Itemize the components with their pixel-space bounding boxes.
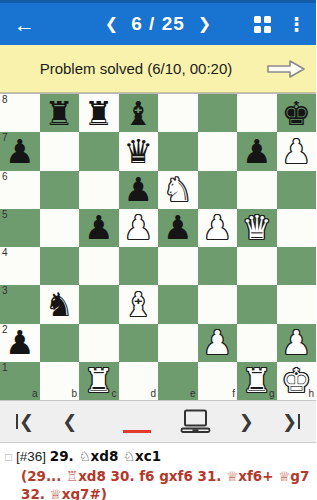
- white-rook: ♜: [242, 364, 272, 397]
- square-a6[interactable]: 6: [0, 171, 40, 209]
- notation-line-main[interactable]: □ [#36] 29. ♘xd8 ♘xc1: [5, 447, 311, 467]
- next-problem-arrow-icon[interactable]: [266, 58, 306, 84]
- square-g5[interactable]: ♛: [237, 209, 277, 247]
- go-first-button[interactable]: ❮: [16, 413, 34, 431]
- square-f4[interactable]: [198, 247, 238, 285]
- rank-label-2: 2: [2, 325, 8, 335]
- rank-label-4: 4: [2, 248, 8, 258]
- square-h3[interactable]: [277, 285, 317, 323]
- notation-panel: □ [#36] 29. ♘xd8 ♘xc1 (29... ♖xd8 30. f6…: [0, 443, 316, 500]
- black-pawn: ♟: [163, 211, 193, 244]
- square-a4[interactable]: 4: [0, 247, 40, 285]
- rank-label-3: 3: [2, 286, 8, 296]
- square-a5[interactable]: 5: [0, 209, 40, 247]
- square-h8[interactable]: ♚: [277, 94, 317, 132]
- black-pawn: ♟: [5, 326, 35, 359]
- app-screen: ← ❮ 6 / 25 ❯ ⋮ Problem solved (6/10, 00:…: [0, 0, 316, 500]
- square-c7[interactable]: [79, 132, 119, 170]
- black-knight: ♞: [44, 288, 74, 321]
- square-c5[interactable]: ♟: [79, 209, 119, 247]
- square-f7[interactable]: [198, 132, 238, 170]
- square-g1[interactable]: g♜: [237, 362, 277, 400]
- file-label-b: b: [71, 389, 77, 399]
- white-bishop: ♝: [123, 288, 153, 321]
- square-b3[interactable]: ♞: [40, 285, 80, 323]
- square-c6[interactable]: [79, 171, 119, 209]
- square-b5[interactable]: [40, 209, 80, 247]
- square-b1[interactable]: b: [40, 362, 80, 400]
- square-e7[interactable]: [158, 132, 198, 170]
- white-pawn: ♟: [281, 135, 311, 168]
- file-label-g: g: [269, 389, 275, 399]
- square-f8[interactable]: [198, 94, 238, 132]
- square-h6[interactable]: [277, 171, 317, 209]
- prev-puzzle-icon[interactable]: ❮: [105, 16, 118, 32]
- square-d7[interactable]: ♛: [119, 132, 159, 170]
- square-f1[interactable]: f: [198, 362, 238, 400]
- square-h4[interactable]: [277, 247, 317, 285]
- white-pawn: ♟: [202, 211, 232, 244]
- black-rook: ♜: [84, 97, 114, 130]
- black-pawn: ♟: [123, 173, 153, 206]
- engine-icon[interactable]: [180, 409, 211, 434]
- square-e5[interactable]: ♟: [158, 209, 198, 247]
- playback-toolbar: ❮ ❮ ❯ ❯: [0, 400, 316, 443]
- black-rook: ♜: [44, 97, 74, 130]
- square-a8[interactable]: 8: [0, 94, 40, 132]
- white-pawn: ♟: [202, 326, 232, 359]
- black-bishop: ♝: [123, 97, 153, 130]
- status-banner: Problem solved (6/10, 00:20): [0, 45, 316, 93]
- square-g6[interactable]: [237, 171, 277, 209]
- square-b7[interactable]: [40, 132, 80, 170]
- rank-label-1: 1: [2, 363, 8, 373]
- file-label-h: h: [308, 389, 314, 399]
- square-d5[interactable]: ♟: [119, 209, 159, 247]
- square-d3[interactable]: ♝: [119, 285, 159, 323]
- black-pawn: ♟: [84, 211, 114, 244]
- grid-view-icon[interactable]: [254, 16, 271, 33]
- file-label-d: d: [150, 389, 156, 399]
- square-f6[interactable]: [198, 171, 238, 209]
- black-king: ♚: [281, 97, 311, 130]
- white-king: ♚: [281, 364, 311, 397]
- square-d1[interactable]: d: [119, 362, 159, 400]
- square-c8[interactable]: ♜: [79, 94, 119, 132]
- square-e1[interactable]: e: [158, 362, 198, 400]
- chess-board: 8♜♜♝♚7♟♛♟♟6♟♞5♟♟♟♟♛43♞♝2♟♟♟1abc♜defg♜h♚: [0, 93, 316, 400]
- square-h5[interactable]: [277, 209, 317, 247]
- back-icon[interactable]: ←: [14, 14, 35, 35]
- square-f3[interactable]: [198, 285, 238, 323]
- square-c2[interactable]: [79, 324, 119, 362]
- white-queen: ♛: [242, 211, 272, 244]
- square-c1[interactable]: c♜: [79, 362, 119, 400]
- rank-label-7: 7: [2, 133, 8, 143]
- evaluation-gauge[interactable]: [105, 410, 151, 433]
- square-d2[interactable]: [119, 324, 159, 362]
- file-label-f: f: [232, 389, 235, 399]
- square-d8[interactable]: ♝: [119, 94, 159, 132]
- square-c3[interactable]: [79, 285, 119, 323]
- black-pawn: ♟: [5, 135, 35, 168]
- square-d6[interactable]: ♟: [119, 171, 159, 209]
- white-pawn: ♟: [281, 326, 311, 359]
- square-c4[interactable]: [79, 247, 119, 285]
- square-e6[interactable]: ♞: [158, 171, 198, 209]
- white-pawn: ♟: [123, 211, 153, 244]
- square-h1[interactable]: h♚: [277, 362, 317, 400]
- square-d4[interactable]: [119, 247, 159, 285]
- square-h7[interactable]: ♟: [277, 132, 317, 170]
- black-queen: ♛: [123, 135, 153, 168]
- puzzle-counter: 6 / 25: [131, 13, 185, 35]
- square-e3[interactable]: [158, 285, 198, 323]
- square-e8[interactable]: [158, 94, 198, 132]
- square-h2[interactable]: ♟: [277, 324, 317, 362]
- file-label-e: e: [190, 389, 196, 399]
- square-a7[interactable]: 7♟: [0, 132, 40, 170]
- rank-label-6: 6: [2, 172, 8, 182]
- go-last-button[interactable]: ❯: [282, 413, 300, 431]
- square-a2[interactable]: 2♟: [0, 324, 40, 362]
- square-b2[interactable]: [40, 324, 80, 362]
- square-g2[interactable]: [237, 324, 277, 362]
- square-a1[interactable]: 1a: [0, 362, 40, 400]
- file-label-c: c: [112, 389, 117, 399]
- square-g7[interactable]: ♟: [237, 132, 277, 170]
- square-e2[interactable]: [158, 324, 198, 362]
- square-b6[interactable]: [40, 171, 80, 209]
- square-f5[interactable]: ♟: [198, 209, 238, 247]
- next-puzzle-icon[interactable]: ❯: [198, 16, 211, 32]
- black-pawn: ♟: [242, 135, 272, 168]
- square-a3[interactable]: 3: [0, 285, 40, 323]
- square-e4[interactable]: [158, 247, 198, 285]
- notation-line-variation[interactable]: (29... ♖xd8 30. f6 gxf6 31. ♕xf6+ ♕g7 32…: [5, 467, 311, 500]
- app-bar: ← ❮ 6 / 25 ❯ ⋮: [0, 0, 316, 45]
- white-rook: ♜: [84, 364, 114, 397]
- puzzle-pager: ❮ 6 / 25 ❯: [105, 13, 211, 35]
- file-label-a: a: [32, 389, 38, 399]
- square-b8[interactable]: ♜: [40, 94, 80, 132]
- rank-label-5: 5: [2, 210, 8, 220]
- square-f2[interactable]: ♟: [198, 324, 238, 362]
- prev-move-button[interactable]: ❮: [62, 413, 77, 431]
- square-g4[interactable]: [237, 247, 277, 285]
- problem-id: [#36]: [16, 449, 46, 464]
- next-move-button[interactable]: ❯: [239, 413, 254, 431]
- overflow-menu-icon[interactable]: ⋮: [287, 15, 306, 34]
- square-g8[interactable]: [237, 94, 277, 132]
- mainline-moves-1[interactable]: 29. ♘xd8 ♘xc1: [50, 448, 161, 464]
- status-text: Problem solved (6/10, 00:20): [40, 60, 233, 77]
- white-knight: ♞: [163, 173, 193, 206]
- side-to-move-icon: □: [5, 450, 12, 464]
- square-g3[interactable]: [237, 285, 277, 323]
- rank-label-8: 8: [2, 95, 8, 105]
- square-b4[interactable]: [40, 247, 80, 285]
